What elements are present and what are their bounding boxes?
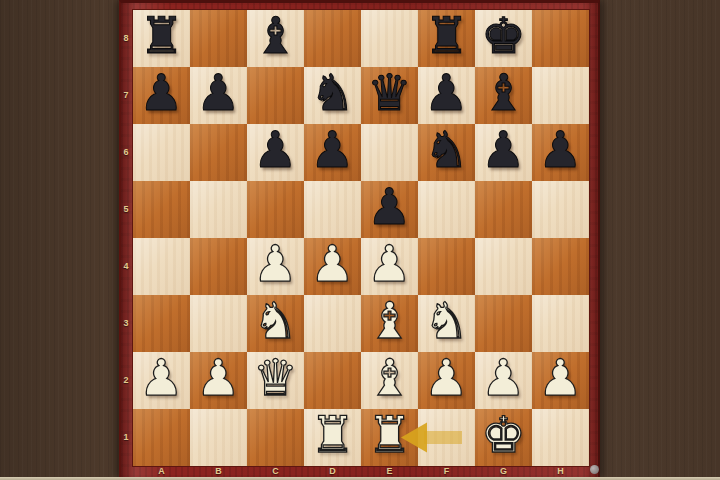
piece-white-pawn[interactable]: ♟ <box>367 236 412 293</box>
piece-black-king[interactable]: ♚ <box>481 8 526 65</box>
square-b6[interactable] <box>190 124 247 181</box>
square-g3[interactable] <box>475 295 532 352</box>
square-h4[interactable] <box>532 238 589 295</box>
square-b1[interactable] <box>190 409 247 466</box>
square-g1[interactable]: ♚ <box>475 409 532 466</box>
square-f4[interactable] <box>418 238 475 295</box>
piece-white-king[interactable]: ♚ <box>481 407 526 464</box>
square-h7[interactable] <box>532 67 589 124</box>
piece-white-pawn[interactable]: ♟ <box>253 236 298 293</box>
square-e6[interactable] <box>361 124 418 181</box>
piece-white-bishop[interactable]: ♝ <box>367 350 412 407</box>
square-h8[interactable] <box>532 10 589 67</box>
piece-white-bishop[interactable]: ♝ <box>367 293 412 350</box>
square-g7[interactable]: ♝ <box>475 67 532 124</box>
piece-black-bishop[interactable]: ♝ <box>481 65 526 122</box>
rank-label-4: 4 <box>119 238 133 295</box>
rank-label-1: 1 <box>119 409 133 466</box>
square-e3[interactable]: ♝ <box>361 295 418 352</box>
square-d1[interactable]: ♜ <box>304 409 361 466</box>
piece-white-pawn[interactable]: ♟ <box>196 350 241 407</box>
square-a8[interactable]: ♜ <box>133 10 190 67</box>
square-e1[interactable]: ♜ <box>361 409 418 466</box>
square-g6[interactable]: ♟ <box>475 124 532 181</box>
square-h3[interactable] <box>532 295 589 352</box>
square-d4[interactable]: ♟ <box>304 238 361 295</box>
square-a7[interactable]: ♟ <box>133 67 190 124</box>
square-h5[interactable] <box>532 181 589 238</box>
piece-white-rook[interactable]: ♜ <box>367 407 412 464</box>
square-c2[interactable]: ♛ <box>247 352 304 409</box>
square-e2[interactable]: ♝ <box>361 352 418 409</box>
piece-white-pawn[interactable]: ♟ <box>310 236 355 293</box>
square-h1[interactable] <box>532 409 589 466</box>
piece-black-queen[interactable]: ♛ <box>367 65 412 122</box>
piece-black-bishop[interactable]: ♝ <box>253 8 298 65</box>
square-g8[interactable]: ♚ <box>475 10 532 67</box>
piece-black-rook[interactable]: ♜ <box>424 8 469 65</box>
square-b3[interactable] <box>190 295 247 352</box>
square-a2[interactable]: ♟ <box>133 352 190 409</box>
piece-black-rook[interactable]: ♜ <box>139 8 184 65</box>
rank-label-2: 2 <box>119 352 133 409</box>
square-g5[interactable] <box>475 181 532 238</box>
square-f2[interactable]: ♟ <box>418 352 475 409</box>
piece-white-pawn[interactable]: ♟ <box>481 350 526 407</box>
piece-black-pawn[interactable]: ♟ <box>310 122 355 179</box>
piece-black-pawn[interactable]: ♟ <box>424 65 469 122</box>
square-g4[interactable] <box>475 238 532 295</box>
piece-black-pawn[interactable]: ♟ <box>481 122 526 179</box>
piece-white-knight[interactable]: ♞ <box>424 293 469 350</box>
rank-label-7: 7 <box>119 67 133 124</box>
square-f1[interactable] <box>418 409 475 466</box>
square-d8[interactable] <box>304 10 361 67</box>
piece-black-pawn[interactable]: ♟ <box>196 65 241 122</box>
resize-dot-icon <box>590 465 599 474</box>
piece-white-pawn[interactable]: ♟ <box>424 350 469 407</box>
square-d5[interactable] <box>304 181 361 238</box>
square-b2[interactable]: ♟ <box>190 352 247 409</box>
square-a6[interactable] <box>133 124 190 181</box>
square-c3[interactable]: ♞ <box>247 295 304 352</box>
rank-label-6: 6 <box>119 124 133 181</box>
piece-black-pawn[interactable]: ♟ <box>538 122 583 179</box>
square-f6[interactable]: ♞ <box>418 124 475 181</box>
piece-white-pawn[interactable]: ♟ <box>139 350 184 407</box>
piece-black-pawn[interactable]: ♟ <box>139 65 184 122</box>
square-g2[interactable]: ♟ <box>475 352 532 409</box>
square-b5[interactable] <box>190 181 247 238</box>
square-e5[interactable]: ♟ <box>361 181 418 238</box>
square-b4[interactable] <box>190 238 247 295</box>
square-h2[interactable]: ♟ <box>532 352 589 409</box>
square-e8[interactable] <box>361 10 418 67</box>
square-d7[interactable]: ♞ <box>304 67 361 124</box>
square-b8[interactable] <box>190 10 247 67</box>
square-h6[interactable]: ♟ <box>532 124 589 181</box>
square-c7[interactable] <box>247 67 304 124</box>
square-a1[interactable] <box>133 409 190 466</box>
square-f8[interactable]: ♜ <box>418 10 475 67</box>
piece-black-pawn[interactable]: ♟ <box>253 122 298 179</box>
square-c5[interactable] <box>247 181 304 238</box>
square-a4[interactable] <box>133 238 190 295</box>
piece-white-rook[interactable]: ♜ <box>310 407 355 464</box>
square-b7[interactable]: ♟ <box>190 67 247 124</box>
square-d2[interactable] <box>304 352 361 409</box>
square-f7[interactable]: ♟ <box>418 67 475 124</box>
chessboard: ♜♝♜♚♟♟♞♛♟♝♟♟♞♟♟♟♟♟♟♞♝♞♟♟♛♝♟♟♟♜♜♚ <box>133 10 589 466</box>
rank-label-5: 5 <box>119 181 133 238</box>
piece-black-knight[interactable]: ♞ <box>310 65 355 122</box>
square-a3[interactable] <box>133 295 190 352</box>
square-f5[interactable] <box>418 181 475 238</box>
piece-black-pawn[interactable]: ♟ <box>367 179 412 236</box>
square-c1[interactable] <box>247 409 304 466</box>
square-c6[interactable]: ♟ <box>247 124 304 181</box>
square-f3[interactable]: ♞ <box>418 295 475 352</box>
piece-white-knight[interactable]: ♞ <box>253 293 298 350</box>
piece-white-queen[interactable]: ♛ <box>253 350 298 407</box>
rank-label-3: 3 <box>119 295 133 352</box>
square-d3[interactable] <box>304 295 361 352</box>
piece-white-pawn[interactable]: ♟ <box>538 350 583 407</box>
square-e7[interactable]: ♛ <box>361 67 418 124</box>
rank-label-8: 8 <box>119 10 133 67</box>
square-c4[interactable]: ♟ <box>247 238 304 295</box>
square-e4[interactable]: ♟ <box>361 238 418 295</box>
square-d6[interactable]: ♟ <box>304 124 361 181</box>
square-c8[interactable]: ♝ <box>247 10 304 67</box>
piece-black-knight[interactable]: ♞ <box>424 122 469 179</box>
square-a5[interactable] <box>133 181 190 238</box>
